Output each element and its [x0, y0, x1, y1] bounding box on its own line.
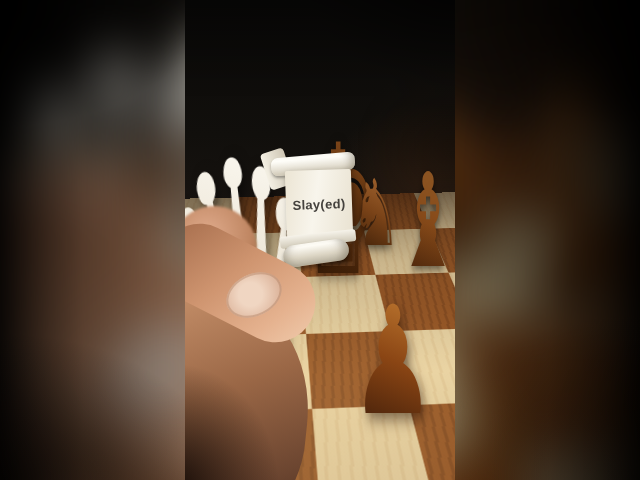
black-knight-e7: ♞ — [351, 168, 400, 260]
video-scene: ♚ ♞ ♝ ♛ Slay(ed) ♟ — [185, 0, 455, 480]
black-pawn-f4: ♟ — [351, 286, 434, 436]
video-frame[interactable]: ♚ ♞ ♝ ♛ Slay(ed) ♟ ♚ ♞ — [0, 0, 640, 480]
black-bishop-f7: ♝ — [396, 156, 455, 286]
